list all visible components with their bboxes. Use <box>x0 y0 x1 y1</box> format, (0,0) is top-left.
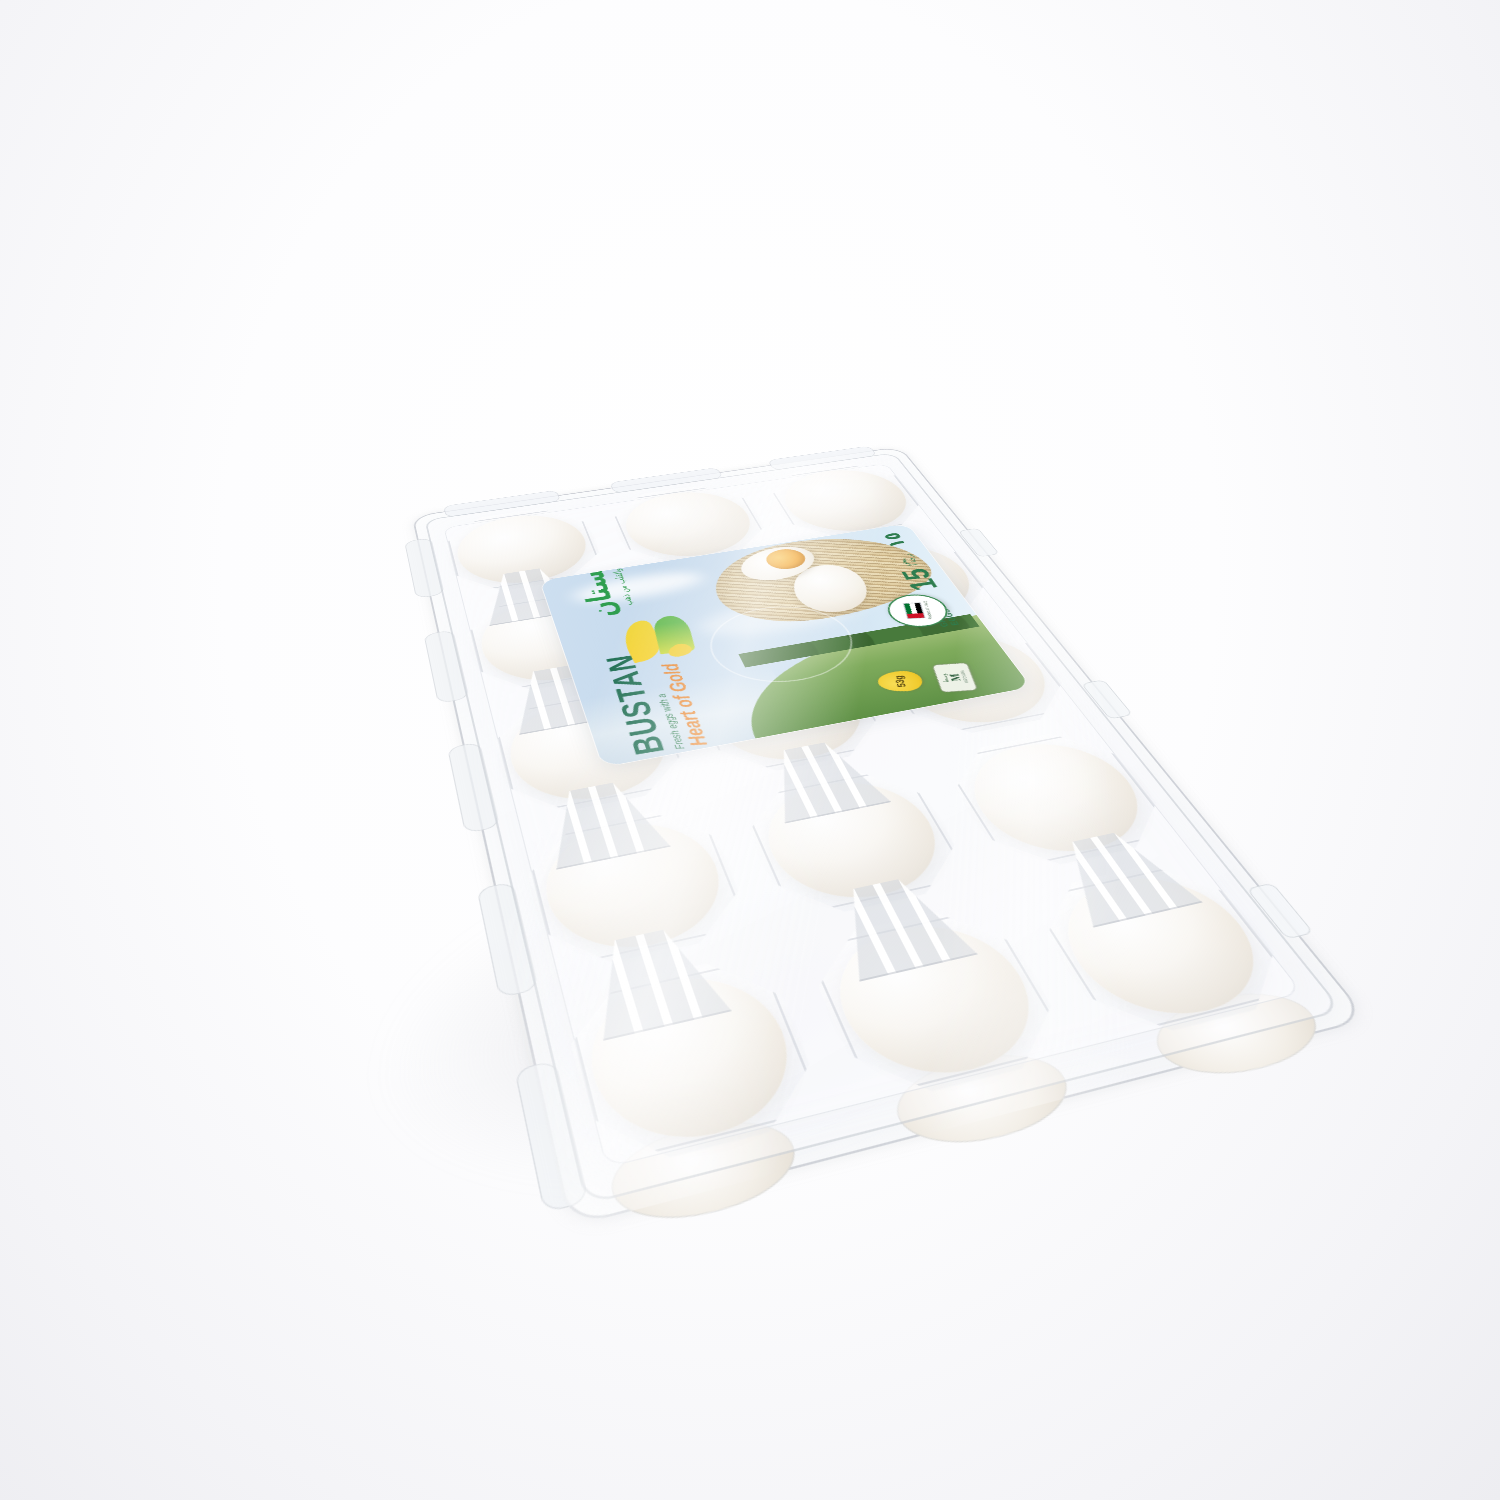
egg-count-arabic: ١٥ <box>876 531 911 549</box>
uae-flag-icon <box>903 602 925 618</box>
size-text-english: MEDIUM <box>960 670 970 683</box>
photo-stage: BUSTAN Fresh eggs with a Heart of Gold ب… <box>0 0 1500 1500</box>
grade-text-arabic: بيض درجة أ <box>892 549 920 567</box>
egg-yolk-graphic <box>759 546 812 573</box>
plastic-tray: BUSTAN Fresh eggs with a Heart of Gold ب… <box>412 447 1369 1227</box>
origin-text: Product of U.A.E <box>922 597 935 623</box>
tulip-logo-icon <box>613 610 705 664</box>
egg-package: BUSTAN Fresh eggs with a Heart of Gold ب… <box>285 192 1265 1272</box>
egg-count: 15 <box>896 567 944 593</box>
weight-text: 53g <box>892 675 909 687</box>
